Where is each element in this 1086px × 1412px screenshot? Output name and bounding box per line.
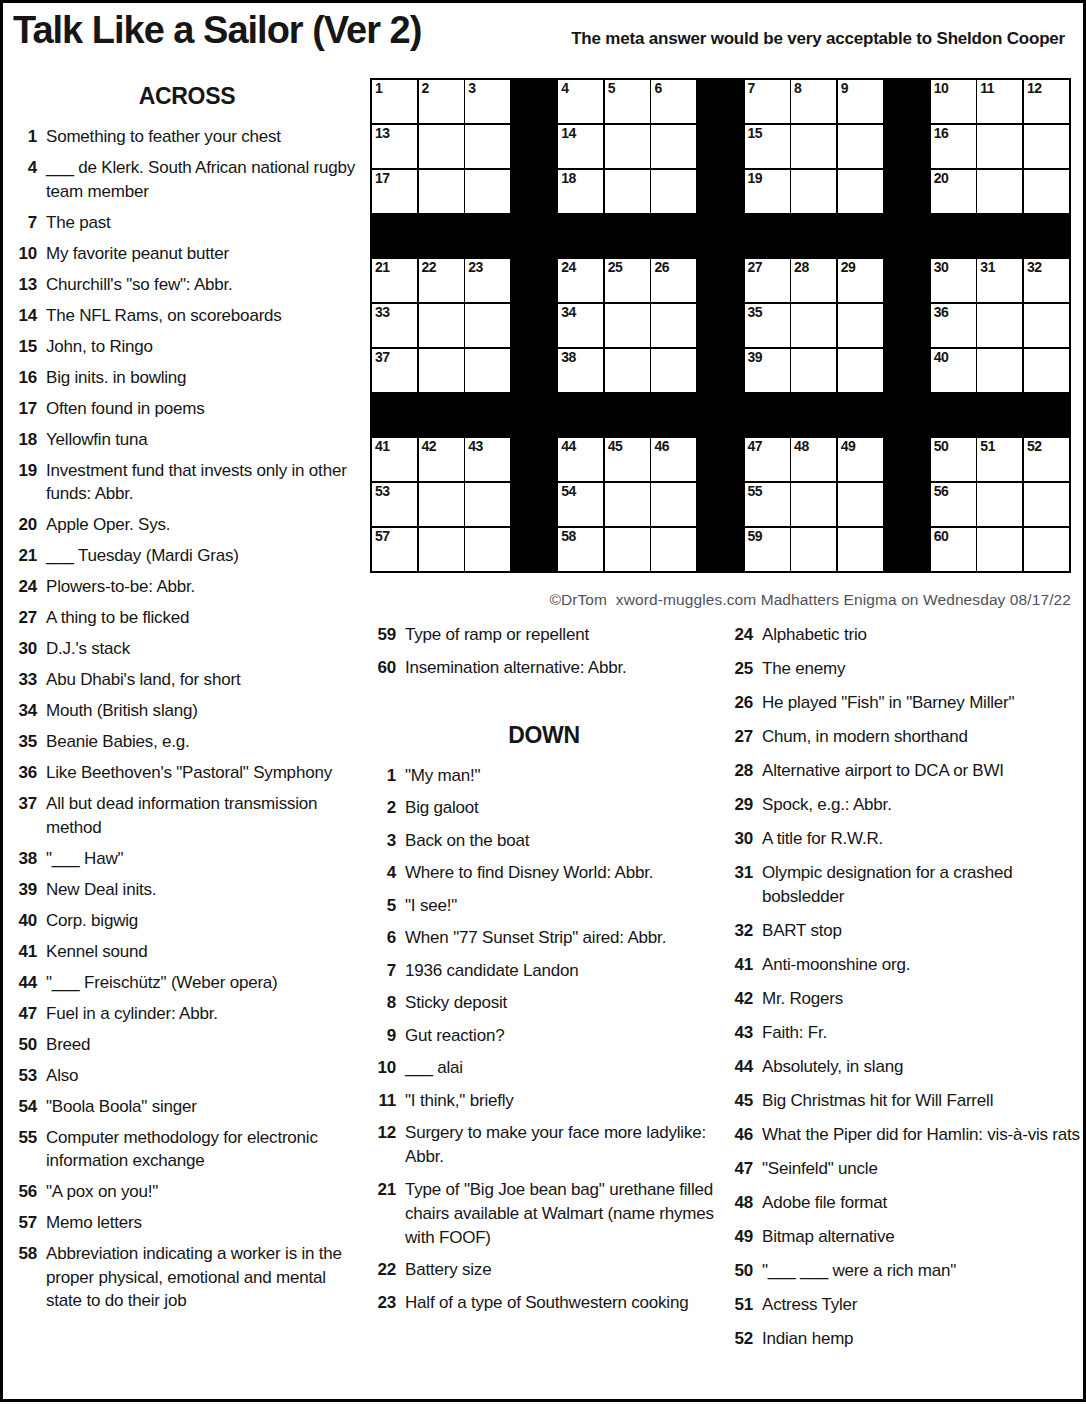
- cell-number: 20: [934, 171, 949, 186]
- across-clue-14: 14The NFL Rams, on scoreboards: [9, 304, 365, 328]
- block-cell: [558, 214, 603, 257]
- letter-cell-r9c5[interactable]: 44: [558, 438, 603, 481]
- clue-number: 50: [9, 1033, 37, 1057]
- clue-number: 15: [9, 335, 37, 359]
- down-clue-9: 9Gut reaction?: [368, 1024, 720, 1048]
- letter-cell-r3c13[interactable]: 20: [931, 170, 976, 213]
- clue-text: Actress Tyler: [762, 1293, 1086, 1317]
- letter-cell-r3c7[interactable]: [651, 170, 696, 213]
- letter-cell-r7c6[interactable]: [605, 349, 650, 392]
- block-cell: [698, 170, 743, 213]
- clue-text: BART stop: [762, 919, 1086, 943]
- letter-cell-r1c3[interactable]: 3: [465, 80, 510, 123]
- letter-cell-r9c6[interactable]: 45: [605, 438, 650, 481]
- down-clue-8: 8Sticky deposit: [368, 991, 720, 1015]
- across-clue-4: 4___ de Klerk. South African national ru…: [9, 156, 365, 203]
- letter-cell-r5c15[interactable]: 32: [1024, 259, 1069, 302]
- down-clue-27: 27Chum, in modern shorthand: [725, 725, 1086, 749]
- letter-cell-r11c5[interactable]: 58: [558, 528, 603, 571]
- letter-cell-r10c10[interactable]: [791, 483, 836, 526]
- across-clue-33: 33Abu Dhabi's land, for short: [9, 668, 365, 692]
- letter-cell-r11c15[interactable]: [1024, 528, 1069, 571]
- down-clue-52: 52Indian hemp: [725, 1327, 1086, 1351]
- clue-number: 44: [725, 1055, 753, 1079]
- cell-number: 33: [375, 305, 390, 320]
- cell-number: 11: [980, 81, 994, 96]
- letter-cell-r3c1[interactable]: 17: [372, 170, 417, 213]
- cell-number: 44: [561, 439, 576, 454]
- letter-cell-r10c15[interactable]: [1024, 483, 1069, 526]
- cell-number: 56: [934, 484, 949, 499]
- letter-cell-r1c13[interactable]: 10: [931, 80, 976, 123]
- across-clue-38: 38"___ Haw": [9, 847, 365, 871]
- clue-text: Abbreviation indicating a worker is in t…: [46, 1242, 365, 1313]
- clue-number: 16: [9, 366, 37, 390]
- cell-number: 37: [375, 350, 390, 365]
- cell-number: 45: [608, 439, 623, 454]
- cell-number: 43: [468, 439, 483, 454]
- copyright-line: ©DrTom xword-muggles.com Madhatters Enig…: [370, 591, 1071, 609]
- clue-number: 41: [725, 953, 753, 977]
- letter-cell-r6c14[interactable]: [977, 304, 1022, 347]
- clue-number: 4: [9, 156, 37, 203]
- letter-cell-r5c1[interactable]: 21: [372, 259, 417, 302]
- down-clue-41: 41Anti-moonshine org.: [725, 953, 1086, 977]
- block-cell: [884, 80, 929, 123]
- clue-text: Anti-moonshine org.: [762, 953, 1086, 977]
- block-cell: [977, 214, 1022, 257]
- letter-cell-r1c15[interactable]: 12: [1024, 80, 1069, 123]
- clue-text: Half of a type of Southwestern cooking: [405, 1291, 720, 1315]
- clue-number: 32: [725, 919, 753, 943]
- down-clue-23: 23Half of a type of Southwestern cooking: [368, 1291, 720, 1315]
- clue-text: Bitmap alternative: [762, 1225, 1086, 1249]
- block-cell: [931, 214, 976, 257]
- down-clue-45: 45Big Christmas hit for Will Farrell: [725, 1089, 1086, 1113]
- letter-cell-r11c2[interactable]: [419, 528, 464, 571]
- letter-cell-r2c6[interactable]: [605, 125, 650, 168]
- block-cell: [512, 528, 557, 571]
- clue-text: John, to Ringo: [46, 335, 365, 359]
- block-cell: [372, 393, 417, 436]
- middle-clues-column: 59Type of ramp or repellent60Inseminatio…: [368, 623, 720, 1323]
- cell-number: 55: [748, 484, 763, 499]
- cell-number: 4: [561, 81, 568, 96]
- clue-text: Insemination alternative: Abbr.: [405, 656, 720, 680]
- clue-number: 38: [9, 847, 37, 871]
- letter-cell-r1c9[interactable]: 7: [745, 80, 790, 123]
- letter-cell-r7c14[interactable]: [977, 349, 1022, 392]
- letter-cell-r5c10[interactable]: 28: [791, 259, 836, 302]
- letter-cell-r10c13[interactable]: 56: [931, 483, 976, 526]
- letter-cell-r7c11[interactable]: [838, 349, 883, 392]
- across-clue-1: 1Something to feather your chest: [9, 125, 365, 149]
- block-cell: [651, 214, 696, 257]
- clue-number: 24: [9, 575, 37, 599]
- letter-cell-r7c10[interactable]: [791, 349, 836, 392]
- clue-text: "I see!": [405, 894, 720, 918]
- clue-text: ___ de Klerk. South African national rug…: [46, 156, 365, 203]
- block-cell: [745, 214, 790, 257]
- clue-number: 6: [368, 926, 396, 950]
- letter-cell-r6c6[interactable]: [605, 304, 650, 347]
- letter-cell-r9c3[interactable]: 43: [465, 438, 510, 481]
- clue-text: "___ ___ were a rich man": [762, 1259, 1086, 1283]
- clue-text: What the Piper did for Hamlin: vis-à-vis…: [762, 1123, 1086, 1147]
- block-cell: [931, 393, 976, 436]
- block-cell: [465, 393, 510, 436]
- clue-text: Type of "Big Joe bean bag" urethane fill…: [405, 1178, 720, 1250]
- clue-number: 2: [368, 796, 396, 820]
- clue-text: Investment fund that invests only in oth…: [46, 459, 365, 506]
- letter-cell-r6c2[interactable]: [419, 304, 464, 347]
- across-clue-58: 58Abbreviation indicating a worker is in…: [9, 1242, 365, 1313]
- clue-number: 22: [368, 1258, 396, 1282]
- letter-cell-r6c1[interactable]: 33: [372, 304, 417, 347]
- clue-text: Gut reaction?: [405, 1024, 720, 1048]
- clue-text: Adobe file format: [762, 1191, 1086, 1215]
- letter-cell-r11c9[interactable]: 59: [745, 528, 790, 571]
- letter-cell-r10c5[interactable]: 54: [558, 483, 603, 526]
- letter-cell-r5c3[interactable]: 23: [465, 259, 510, 302]
- block-cell: [698, 259, 743, 302]
- clue-text: The NFL Rams, on scoreboards: [46, 304, 365, 328]
- across-clue-41: 41Kennel sound: [9, 940, 365, 964]
- letter-cell-r10c14[interactable]: [977, 483, 1022, 526]
- clue-number: 33: [9, 668, 37, 692]
- letter-cell-r3c3[interactable]: [465, 170, 510, 213]
- across-clue-17: 17Often found in poems: [9, 397, 365, 421]
- letter-cell-r10c2[interactable]: [419, 483, 464, 526]
- letter-cell-r2c13[interactable]: 16: [931, 125, 976, 168]
- clue-number: 50: [725, 1259, 753, 1283]
- clue-number: 39: [9, 878, 37, 902]
- letter-cell-r9c15[interactable]: 52: [1024, 438, 1069, 481]
- across-clue-16: 16Big inits. in bowling: [9, 366, 365, 390]
- clue-number: 54: [9, 1095, 37, 1119]
- letter-cell-r2c1[interactable]: 13: [372, 125, 417, 168]
- clue-number: 18: [9, 428, 37, 452]
- block-cell: [1024, 214, 1069, 257]
- across-clue-13: 13Churchill's "so few": Abbr.: [9, 273, 365, 297]
- clue-text: Yellowfin tuna: [46, 428, 365, 452]
- letter-cell-r2c2[interactable]: [419, 125, 464, 168]
- cell-number: 14: [561, 126, 576, 141]
- clue-text: Alternative airport to DCA or BWI: [762, 759, 1086, 783]
- cell-number: 54: [561, 484, 576, 499]
- cell-number: 10: [934, 81, 949, 96]
- letter-cell-r1c14[interactable]: 11: [977, 80, 1022, 123]
- block-cell: [884, 170, 929, 213]
- down-clue-46: 46What the Piper did for Hamlin: vis-à-v…: [725, 1123, 1086, 1147]
- down-clue-5: 5"I see!": [368, 894, 720, 918]
- letter-cell-r6c9[interactable]: 35: [745, 304, 790, 347]
- across-clue-list-tail: 59Type of ramp or repellent60Inseminatio…: [368, 623, 720, 680]
- letter-cell-r3c15[interactable]: [1024, 170, 1069, 213]
- block-cell: [838, 393, 883, 436]
- across-clue-18: 18Yellowfin tuna: [9, 428, 365, 452]
- letter-cell-r10c11[interactable]: [838, 483, 883, 526]
- cell-number: 7: [748, 81, 755, 96]
- clue-text: Churchill's "so few": Abbr.: [46, 273, 365, 297]
- letter-cell-r11c13[interactable]: 60: [931, 528, 976, 571]
- clue-text: "I think," briefly: [405, 1089, 720, 1113]
- letter-cell-r5c5[interactable]: 24: [558, 259, 603, 302]
- clue-number: 56: [9, 1180, 37, 1204]
- block-cell: [698, 528, 743, 571]
- block-cell: [884, 214, 929, 257]
- block-cell: [1024, 393, 1069, 436]
- letter-cell-r2c10[interactable]: [791, 125, 836, 168]
- letter-cell-r1c2[interactable]: 2: [419, 80, 464, 123]
- letter-cell-r11c3[interactable]: [465, 528, 510, 571]
- letter-cell-r6c13[interactable]: 36: [931, 304, 976, 347]
- cell-number: 26: [654, 260, 669, 275]
- letter-cell-r9c2[interactable]: 42: [419, 438, 464, 481]
- letter-cell-r10c9[interactable]: 55: [745, 483, 790, 526]
- letter-cell-r11c6[interactable]: [605, 528, 650, 571]
- across-clue-57: 57Memo letters: [9, 1211, 365, 1235]
- clue-number: 9: [368, 1024, 396, 1048]
- letter-cell-r9c11[interactable]: 49: [838, 438, 883, 481]
- clue-text: When "77 Sunset Strip" aired: Abbr.: [405, 926, 720, 950]
- down-clue-44: 44Absolutely, in slang: [725, 1055, 1086, 1079]
- clue-text: A thing to be flicked: [46, 606, 365, 630]
- clue-text: "Seinfeld" uncle: [762, 1157, 1086, 1181]
- cell-number: 2: [422, 81, 429, 96]
- across-clue-30: 30D.J.'s stack: [9, 637, 365, 661]
- clue-text: "___ Haw": [46, 847, 365, 871]
- cell-number: 25: [608, 260, 623, 275]
- cell-number: 38: [561, 350, 576, 365]
- across-clue-36: 36Like Beethoven's "Pastoral" Symphony: [9, 761, 365, 785]
- letter-cell-r2c3[interactable]: [465, 125, 510, 168]
- cell-number: 27: [748, 260, 763, 275]
- down-clue-28: 28Alternative airport to DCA or BWI: [725, 759, 1086, 783]
- block-cell: [651, 393, 696, 436]
- down-clue-49: 49Bitmap alternative: [725, 1225, 1086, 1249]
- letter-cell-r3c9[interactable]: 19: [745, 170, 790, 213]
- letter-cell-r5c13[interactable]: 30: [931, 259, 976, 302]
- letter-cell-r11c7[interactable]: [651, 528, 696, 571]
- block-cell: [698, 438, 743, 481]
- block-cell: [512, 170, 557, 213]
- across-clue-56: 56"A pox on you!": [9, 1180, 365, 1204]
- letter-cell-r3c11[interactable]: [838, 170, 883, 213]
- block-cell: [884, 349, 929, 392]
- block-cell: [884, 528, 929, 571]
- letter-cell-r7c15[interactable]: [1024, 349, 1069, 392]
- letter-cell-r2c11[interactable]: [838, 125, 883, 168]
- letter-cell-r2c7[interactable]: [651, 125, 696, 168]
- letter-cell-r10c6[interactable]: [605, 483, 650, 526]
- clue-text: Mr. Rogers: [762, 987, 1086, 1011]
- letter-cell-r3c5[interactable]: 18: [558, 170, 603, 213]
- block-cell: [419, 214, 464, 257]
- down-clue-32: 32BART stop: [725, 919, 1086, 943]
- letter-cell-r11c14[interactable]: [977, 528, 1022, 571]
- letter-cell-r2c14[interactable]: [977, 125, 1022, 168]
- clue-number: 46: [725, 1123, 753, 1147]
- letter-cell-r10c1[interactable]: 53: [372, 483, 417, 526]
- letter-cell-r1c11[interactable]: 9: [838, 80, 883, 123]
- letter-cell-r6c10[interactable]: [791, 304, 836, 347]
- block-cell: [558, 393, 603, 436]
- letter-cell-r9c14[interactable]: 51: [977, 438, 1022, 481]
- cell-number: 47: [748, 439, 763, 454]
- clue-text: Abu Dhabi's land, for short: [46, 668, 365, 692]
- letter-cell-r7c3[interactable]: [465, 349, 510, 392]
- letter-cell-r1c10[interactable]: 8: [791, 80, 836, 123]
- block-cell: [884, 483, 929, 526]
- clue-number: 13: [9, 273, 37, 297]
- block-cell: [419, 393, 464, 436]
- letter-cell-r5c14[interactable]: 31: [977, 259, 1022, 302]
- clue-text: Where to find Disney World: Abbr.: [405, 861, 720, 885]
- letter-cell-r6c5[interactable]: 34: [558, 304, 603, 347]
- cell-number: 34: [561, 305, 576, 320]
- clue-number: 26: [725, 691, 753, 715]
- cell-number: 15: [748, 126, 763, 141]
- letter-cell-r5c6[interactable]: 25: [605, 259, 650, 302]
- block-cell: [884, 393, 929, 436]
- clue-text: Sticky deposit: [405, 991, 720, 1015]
- page-subtitle: The meta answer would be very acceptable…: [571, 29, 1065, 49]
- block-cell: [698, 214, 743, 257]
- cell-number: 18: [561, 171, 576, 186]
- clue-text: All but dead information transmission me…: [46, 792, 365, 839]
- letter-cell-r9c1[interactable]: 41: [372, 438, 417, 481]
- clue-number: 30: [9, 637, 37, 661]
- clue-number: 42: [725, 987, 753, 1011]
- down-clue-6: 6When "77 Sunset Strip" aired: Abbr.: [368, 926, 720, 950]
- block-cell: [698, 80, 743, 123]
- cell-number: 23: [468, 260, 483, 275]
- across-clue-54: 54"Boola Boola" singer: [9, 1095, 365, 1119]
- down-clue-22: 22Battery size: [368, 1258, 720, 1282]
- letter-cell-r3c2[interactable]: [419, 170, 464, 213]
- clue-text: Kennel sound: [46, 940, 365, 964]
- clue-number: 44: [9, 971, 37, 995]
- clue-number: 43: [725, 1021, 753, 1045]
- across-clue-24: 24Plowers-to-be: Abbr.: [9, 575, 365, 599]
- letter-cell-r2c9[interactable]: 15: [745, 125, 790, 168]
- clue-text: Big inits. in bowling: [46, 366, 365, 390]
- cell-number: 30: [934, 260, 949, 275]
- block-cell: [512, 438, 557, 481]
- cell-number: 59: [748, 529, 763, 544]
- across-header: ACROSS: [9, 83, 365, 110]
- letter-cell-r1c6[interactable]: 5: [605, 80, 650, 123]
- letter-cell-r11c1[interactable]: 57: [372, 528, 417, 571]
- across-clue-35: 35Beanie Babies, e.g.: [9, 730, 365, 754]
- clue-text: Like Beethoven's "Pastoral" Symphony: [46, 761, 365, 785]
- down-clue-21: 21Type of "Big Joe bean bag" urethane fi…: [368, 1178, 720, 1250]
- clue-text: Alphabetic trio: [762, 623, 1086, 647]
- letter-cell-r5c9[interactable]: 27: [745, 259, 790, 302]
- cell-number: 13: [375, 126, 390, 141]
- down-clue-12: 12Surgery to make your face more ladylik…: [368, 1121, 720, 1169]
- cell-number: 1: [375, 81, 382, 96]
- clue-number: 17: [9, 397, 37, 421]
- letter-cell-r5c2[interactable]: 22: [419, 259, 464, 302]
- letter-cell-r6c3[interactable]: [465, 304, 510, 347]
- cell-number: 60: [934, 529, 949, 544]
- clue-number: 24: [725, 623, 753, 647]
- clue-text: Big galoot: [405, 796, 720, 820]
- clue-number: 25: [725, 657, 753, 681]
- letter-cell-r6c11[interactable]: [838, 304, 883, 347]
- cell-number: 8: [794, 81, 801, 96]
- letter-cell-r1c7[interactable]: 6: [651, 80, 696, 123]
- letter-cell-r7c5[interactable]: 38: [558, 349, 603, 392]
- letter-cell-r10c3[interactable]: [465, 483, 510, 526]
- clue-number: 7: [368, 959, 396, 983]
- block-cell: [884, 304, 929, 347]
- letter-cell-r6c7[interactable]: [651, 304, 696, 347]
- block-cell: [512, 80, 557, 123]
- clue-number: 20: [9, 513, 37, 537]
- letter-cell-r9c9[interactable]: 47: [745, 438, 790, 481]
- letter-cell-r9c13[interactable]: 50: [931, 438, 976, 481]
- cell-number: 12: [1027, 81, 1042, 96]
- letter-cell-r3c6[interactable]: [605, 170, 650, 213]
- clue-number: 49: [725, 1225, 753, 1249]
- clue-text: Back on the boat: [405, 829, 720, 853]
- letter-cell-r9c7[interactable]: 46: [651, 438, 696, 481]
- block-cell: [698, 304, 743, 347]
- clue-number: 28: [725, 759, 753, 783]
- clue-text: ___ alai: [405, 1056, 720, 1080]
- clue-number: 11: [368, 1089, 396, 1113]
- letter-cell-r7c2[interactable]: [419, 349, 464, 392]
- across-clue-55: 55Computer methodology for electronic in…: [9, 1126, 365, 1173]
- letter-cell-r2c15[interactable]: [1024, 125, 1069, 168]
- letter-cell-r7c9[interactable]: 39: [745, 349, 790, 392]
- letter-cell-r11c10[interactable]: [791, 528, 836, 571]
- clue-text: Fuel in a cylinder: Abbr.: [46, 1002, 365, 1026]
- cell-number: 5: [608, 81, 615, 96]
- letter-cell-r7c7[interactable]: [651, 349, 696, 392]
- clue-number: 29: [725, 793, 753, 817]
- block-cell: [884, 125, 929, 168]
- letter-cell-r5c11[interactable]: 29: [838, 259, 883, 302]
- letter-cell-r9c10[interactable]: 48: [791, 438, 836, 481]
- letter-cell-r3c14[interactable]: [977, 170, 1022, 213]
- clue-number: 59: [368, 623, 396, 647]
- letter-cell-r2c5[interactable]: 14: [558, 125, 603, 168]
- letter-cell-r11c11[interactable]: [838, 528, 883, 571]
- clue-number: 10: [9, 242, 37, 266]
- letter-cell-r7c13[interactable]: 40: [931, 349, 976, 392]
- clue-number: 21: [368, 1178, 396, 1250]
- cell-number: 36: [934, 305, 949, 320]
- clue-text: Beanie Babies, e.g.: [46, 730, 365, 754]
- block-cell: [512, 304, 557, 347]
- across-clue-list: 1Something to feather your chest4___ de …: [9, 125, 365, 1313]
- letter-cell-r6c15[interactable]: [1024, 304, 1069, 347]
- letter-cell-r1c5[interactable]: 4: [558, 80, 603, 123]
- letter-cell-r10c7[interactable]: [651, 483, 696, 526]
- letter-cell-r7c1[interactable]: 37: [372, 349, 417, 392]
- across-clue-10: 10My favorite peanut butter: [9, 242, 365, 266]
- letter-cell-r5c7[interactable]: 26: [651, 259, 696, 302]
- letter-cell-r1c1[interactable]: 1: [372, 80, 417, 123]
- clue-number: 53: [9, 1064, 37, 1088]
- clue-number: 35: [9, 730, 37, 754]
- clue-text: He played "Fish" in "Barney Miller": [762, 691, 1086, 715]
- letter-cell-r3c10[interactable]: [791, 170, 836, 213]
